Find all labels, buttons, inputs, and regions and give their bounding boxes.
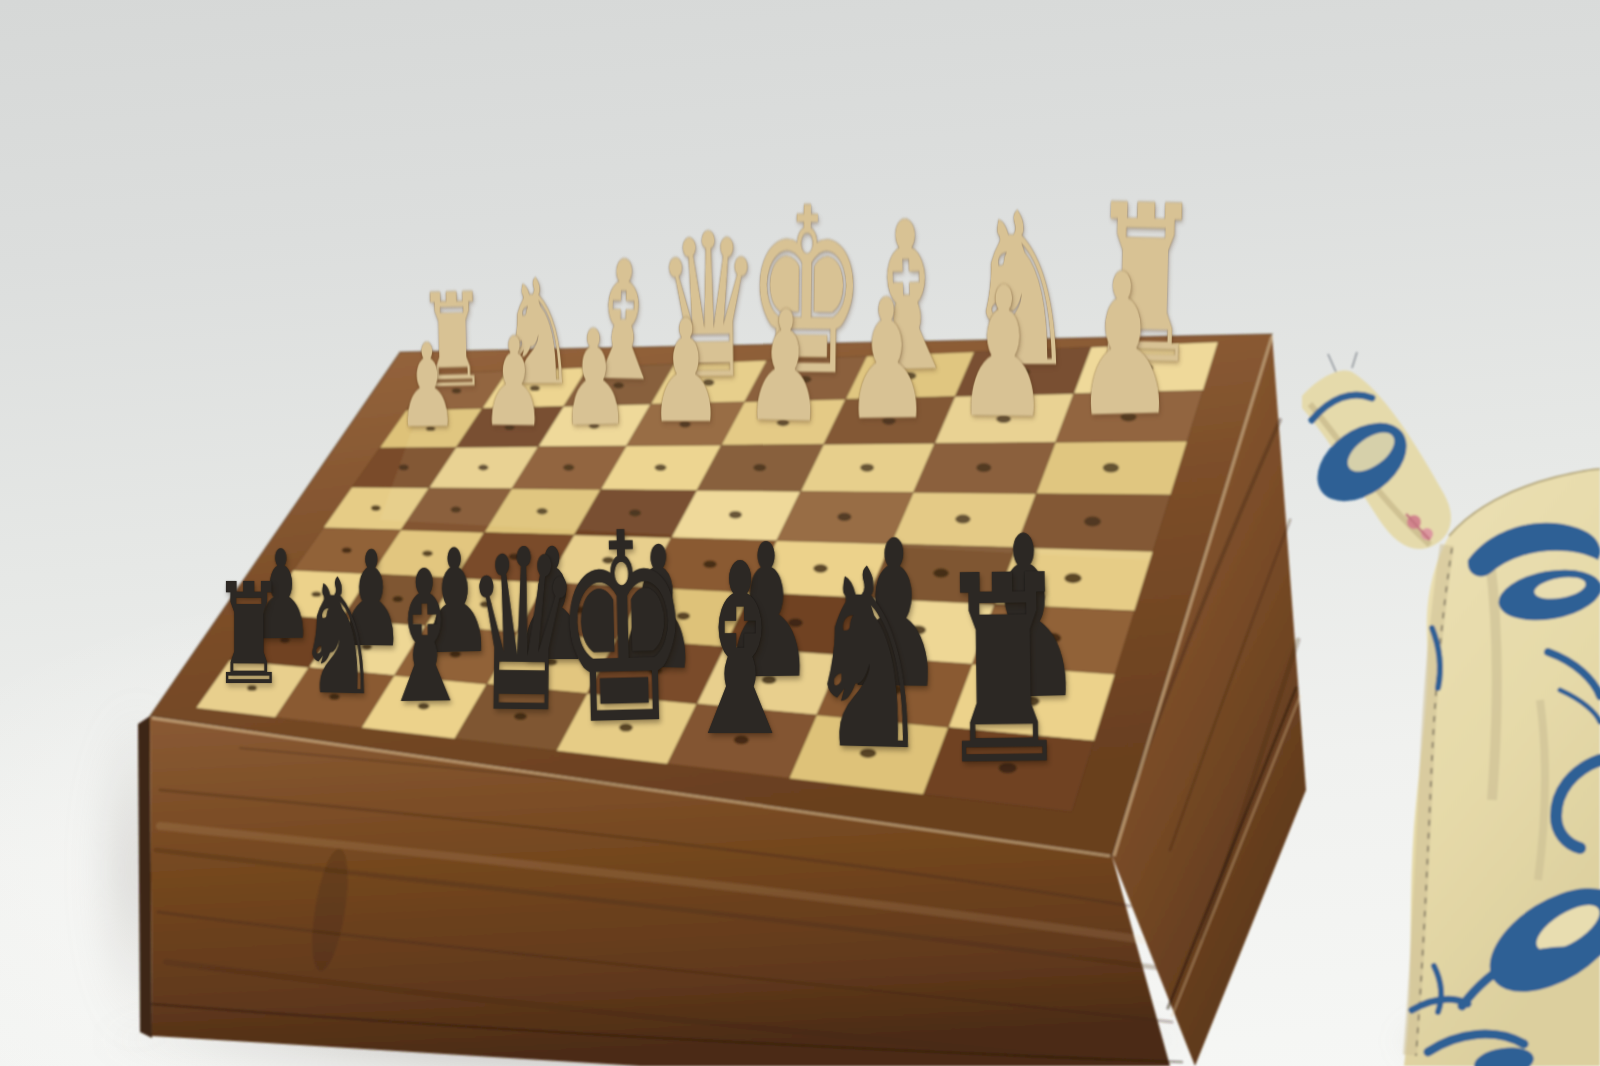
piece-black-bishop-f8[interactable]: ♝ (679, 533, 802, 770)
piece-white-pawn-g2[interactable]: ♟ (955, 263, 1051, 444)
piece-black-rook-a8[interactable]: ♜ (213, 565, 286, 705)
drawstring-bag[interactable] (1302, 352, 1600, 1066)
piece-white-pawn-h2[interactable]: ♟ (1070, 246, 1177, 444)
peg-hole-a4 (371, 505, 381, 511)
piece-white-pawn-c2[interactable]: ♟ (559, 311, 631, 445)
piece-white-pawn-b2[interactable]: ♟ (481, 321, 546, 445)
piece-black-knight-b8[interactable]: ♞ (296, 556, 383, 717)
bag-threads (1328, 352, 1357, 372)
box-left-face (138, 716, 152, 1038)
piece-black-knight-g8[interactable]: ♞ (802, 536, 936, 786)
piece-white-pawn-a2[interactable]: ♟ (396, 329, 457, 445)
piece-white-pawn-d2[interactable]: ♟ (649, 302, 723, 444)
piece-black-rook-h8[interactable]: ♜ (934, 541, 1072, 802)
piece-white-pawn-e2[interactable]: ♟ (743, 289, 826, 444)
piece-black-bishop-c8[interactable]: ♝ (376, 546, 473, 729)
photo-stage: ♜♞♝♛♚♝♞♜♟♟♟♟♟♟♟♟♟♟♟♟♟♟♟♟♜♞♝♛♚♝♞♜ (0, 0, 1600, 1066)
piece-black-king-e8[interactable]: ♚ (552, 498, 694, 762)
piece-white-pawn-f2[interactable]: ♟ (843, 277, 931, 444)
